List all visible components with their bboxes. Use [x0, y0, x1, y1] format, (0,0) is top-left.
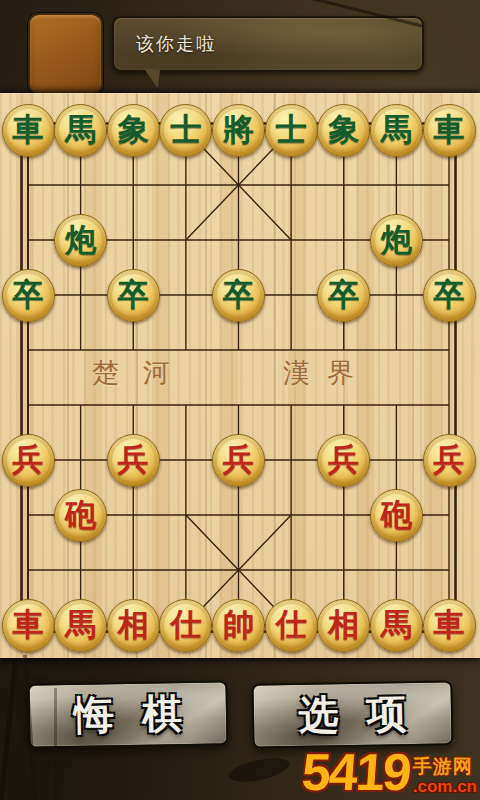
piece-glyph: 象 [118, 114, 149, 145]
piece-glyph: 馬 [381, 114, 412, 145]
piece-red-pawn[interactable]: 兵 [212, 434, 265, 487]
piece-black-cannon[interactable]: 炮 [54, 214, 107, 267]
player-avatar[interactable] [28, 13, 103, 95]
piece-black-cannon[interactable]: 炮 [370, 214, 423, 267]
piece-red-pawn[interactable]: 兵 [423, 434, 476, 487]
piece-black-horse[interactable]: 馬 [370, 104, 423, 157]
piece-glyph: 兵 [328, 444, 359, 475]
piece-glyph: 兵 [434, 444, 465, 475]
turn-message-bubble: 该你走啦 [112, 16, 424, 72]
watermark-site: 手游网 [413, 757, 477, 778]
piece-red-elephant[interactable]: 相 [107, 599, 160, 652]
piece-glyph: 卒 [434, 279, 465, 310]
piece-red-pawn[interactable]: 兵 [317, 434, 370, 487]
piece-glyph: 馬 [65, 609, 96, 640]
piece-black-pawn[interactable]: 卒 [212, 269, 265, 322]
xiangqi-board[interactable]: 楚河 漢界 車馬象士將士象馬車炮炮卒卒卒卒卒兵兵兵兵兵砲砲車馬相仕帥仕相馬車 [0, 93, 480, 658]
piece-red-horse[interactable]: 馬 [54, 599, 107, 652]
piece-red-cannon[interactable]: 砲 [54, 489, 107, 542]
piece-glyph: 仕 [170, 609, 201, 640]
piece-black-elephant[interactable]: 象 [317, 104, 370, 157]
piece-glyph: 車 [434, 114, 465, 145]
bubble-tail-icon [141, 68, 160, 88]
piece-black-pawn[interactable]: 卒 [107, 269, 160, 322]
watermark: 5419 手游网 .com.cn [302, 748, 477, 797]
piece-glyph: 炮 [65, 224, 96, 255]
piece-glyph: 卒 [328, 279, 359, 310]
piece-glyph: 車 [13, 114, 44, 145]
piece-glyph: 相 [328, 609, 359, 640]
piece-glyph: 卒 [13, 279, 44, 310]
piece-glyph: 象 [328, 114, 359, 145]
watermark-domain: .com.cn [413, 778, 477, 797]
piece-black-pawn[interactable]: 卒 [2, 269, 55, 322]
piece-red-king[interactable]: 帥 [212, 599, 265, 652]
watermark-number: 5419 [300, 748, 411, 797]
piece-glyph: 車 [434, 609, 465, 640]
piece-glyph: 兵 [13, 444, 44, 475]
piece-glyph: 卒 [223, 279, 254, 310]
bamboo-decoration [0, 658, 18, 800]
piece-black-pawn[interactable]: 卒 [317, 269, 370, 322]
piece-black-horse[interactable]: 馬 [54, 104, 107, 157]
piece-black-advisor[interactable]: 士 [265, 104, 318, 157]
piece-glyph: 砲 [381, 499, 412, 530]
fish-decoration [227, 754, 292, 786]
piece-glyph: 炮 [381, 224, 412, 255]
piece-black-rook[interactable]: 車 [2, 104, 55, 157]
piece-red-elephant[interactable]: 相 [317, 599, 370, 652]
top-bar: 该你走啦 [0, 0, 480, 93]
options-button[interactable]: 选项 [251, 680, 453, 748]
piece-red-pawn[interactable]: 兵 [107, 434, 160, 487]
piece-glyph: 卒 [118, 279, 149, 310]
piece-red-rook[interactable]: 車 [2, 599, 55, 652]
piece-red-rook[interactable]: 車 [423, 599, 476, 652]
piece-glyph: 士 [170, 114, 201, 145]
piece-glyph: 馬 [65, 114, 96, 145]
piece-glyph: 相 [118, 609, 149, 640]
piece-glyph: 帥 [223, 609, 254, 640]
piece-red-pawn[interactable]: 兵 [2, 434, 55, 487]
board-grid [0, 93, 480, 658]
piece-glyph: 兵 [118, 444, 149, 475]
piece-glyph: 兵 [223, 444, 254, 475]
undo-button[interactable]: 悔棋 [27, 680, 228, 748]
piece-glyph: 將 [223, 114, 254, 145]
piece-black-king[interactable]: 將 [212, 104, 265, 157]
turn-message: 该你走啦 [114, 32, 216, 56]
piece-red-advisor[interactable]: 仕 [265, 599, 318, 652]
piece-black-pawn[interactable]: 卒 [423, 269, 476, 322]
piece-glyph: 車 [13, 609, 44, 640]
river-label-han: 漢界 [283, 355, 371, 391]
piece-glyph: 士 [276, 114, 307, 145]
piece-glyph: 馬 [381, 609, 412, 640]
piece-black-advisor[interactable]: 士 [159, 104, 212, 157]
river-label-chu: 楚河 [92, 355, 194, 391]
piece-black-rook[interactable]: 車 [423, 104, 476, 157]
piece-glyph: 砲 [65, 499, 96, 530]
piece-red-advisor[interactable]: 仕 [159, 599, 212, 652]
piece-glyph: 仕 [276, 609, 307, 640]
watermark-text-column: 手游网 .com.cn [413, 757, 477, 797]
piece-black-elephant[interactable]: 象 [107, 104, 160, 157]
piece-red-horse[interactable]: 馬 [370, 599, 423, 652]
piece-red-cannon[interactable]: 砲 [370, 489, 423, 542]
